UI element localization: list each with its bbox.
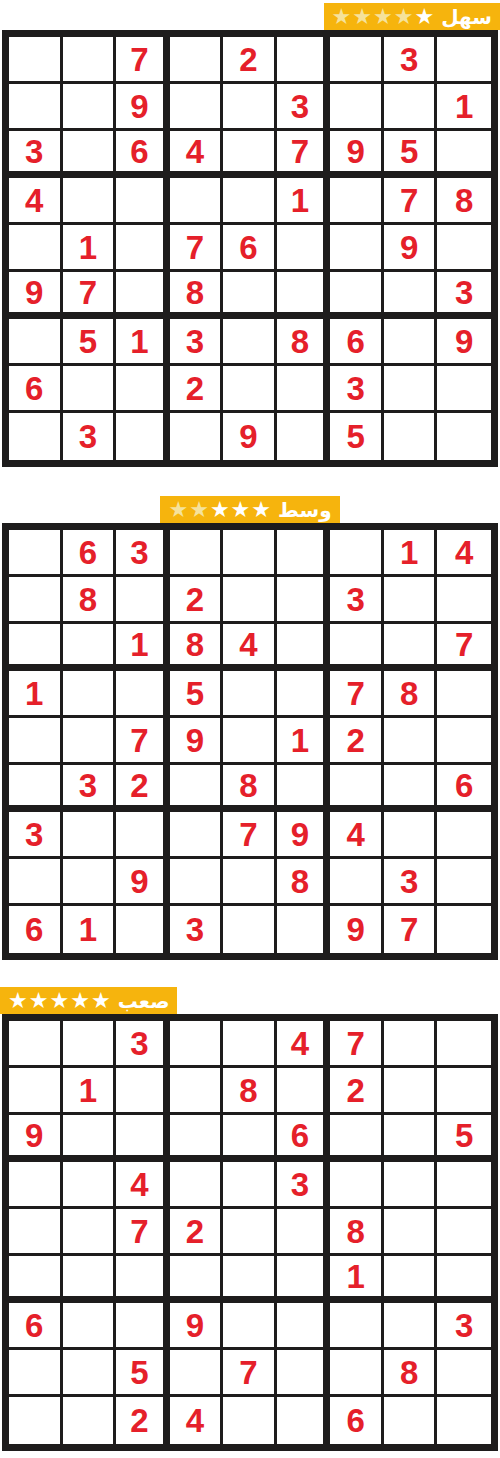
sudoku-cell-r2c7-given[interactable]: 2 — [330, 1068, 384, 1115]
sudoku-cell-r9c9-empty[interactable] — [437, 906, 491, 953]
sudoku-cell-r1c6-empty[interactable] — [277, 530, 331, 577]
sudoku-cell-r5c9-empty[interactable] — [437, 1209, 491, 1256]
sudoku-cell-r3c9-given[interactable]: 5 — [437, 1115, 491, 1162]
sudoku-cell-r3c6-empty[interactable] — [277, 624, 331, 671]
sudoku-cell-r4c9-empty[interactable] — [437, 1162, 491, 1209]
sudoku-cell-r2c8-empty[interactable] — [384, 1068, 438, 1115]
sudoku-cell-r5c7-empty[interactable] — [330, 225, 384, 272]
sudoku-cell-r2c5-empty[interactable] — [223, 84, 277, 131]
sudoku-cell-r8c3-given[interactable]: 5 — [116, 1350, 170, 1397]
sudoku-cell-r5c5-empty[interactable] — [223, 718, 277, 765]
sudoku-cell-r9c8-empty[interactable] — [384, 1397, 438, 1444]
sudoku-cell-r2c2-given[interactable]: 1 — [63, 1068, 117, 1115]
sudoku-cell-r3c3-given[interactable]: 6 — [116, 131, 170, 178]
star-icon-empty: ★ — [332, 3, 352, 30]
sudoku-cell-r6c7-empty[interactable] — [330, 272, 384, 319]
sudoku-cell-r5c3-given[interactable]: 7 — [116, 1209, 170, 1256]
sudoku-cell-r5c1-empty[interactable] — [9, 718, 63, 765]
sudoku-cell-r7c4-given[interactable]: 3 — [170, 319, 224, 366]
sudoku-cell-r5c7-given[interactable]: 8 — [330, 1209, 384, 1256]
sudoku-cell-r8c6-empty[interactable] — [277, 366, 331, 413]
sudoku-cell-r6c6-empty[interactable] — [277, 765, 331, 812]
sudoku-cell-r4c2-empty[interactable] — [63, 178, 117, 225]
sudoku-cell-r3c2-empty[interactable] — [63, 624, 117, 671]
sudoku-cell-r2c5-empty[interactable] — [223, 577, 277, 624]
sudoku-cell-r5c4-given[interactable]: 7 — [170, 225, 224, 272]
star-icon-filled: ★ — [49, 987, 69, 1014]
sudoku-cell-r9c4-given[interactable]: 3 — [170, 906, 224, 953]
sudoku-cell-r3c7-empty[interactable] — [330, 1115, 384, 1162]
sudoku-cell-r3c5-empty[interactable] — [223, 131, 277, 178]
star-icon-filled: ★ — [91, 987, 111, 1014]
sudoku-cell-r5c8-empty[interactable] — [384, 718, 438, 765]
sudoku-cell-r5c5-given[interactable]: 6 — [223, 225, 277, 272]
sudoku-cell-r2c8-empty[interactable] — [384, 84, 438, 131]
sudoku-cell-r6c8-empty[interactable] — [384, 765, 438, 812]
sudoku-cell-r4c1-given[interactable]: 1 — [9, 671, 63, 718]
sudoku-cell-r1c4-empty[interactable] — [170, 1021, 224, 1068]
difficulty-banner-easy: ★★★★★ سهل — [324, 3, 500, 30]
sudoku-cell-r9c4-given[interactable]: 4 — [170, 1397, 224, 1444]
sudoku-cell-r7c3-empty[interactable] — [116, 1303, 170, 1350]
sudoku-cell-r1c1-empty[interactable] — [9, 1021, 63, 1068]
sudoku-cell-r8c4-empty[interactable] — [170, 1350, 224, 1397]
sudoku-cell-r4c7-empty[interactable] — [330, 178, 384, 225]
sudoku-cell-r8c3-given[interactable]: 9 — [116, 859, 170, 906]
difficulty-label-easy: سهل — [441, 4, 492, 30]
sudoku-cell-r8c9-empty[interactable] — [437, 1350, 491, 1397]
sudoku-cell-r8c8-given[interactable]: 3 — [384, 859, 438, 906]
sudoku-cell-r6c4-empty[interactable] — [170, 1256, 224, 1303]
sudoku-cell-r6c5-empty[interactable] — [223, 1256, 277, 1303]
sudoku-cell-r3c5-given[interactable]: 4 — [223, 624, 277, 671]
sudoku-cell-r4c8-given[interactable]: 7 — [384, 178, 438, 225]
sudoku-cell-r8c8-given[interactable]: 8 — [384, 1350, 438, 1397]
sudoku-cell-r8c5-empty[interactable] — [223, 859, 277, 906]
sudoku-cell-r9c6-empty[interactable] — [277, 1397, 331, 1444]
sudoku-cell-r1c9-empty[interactable] — [437, 37, 491, 84]
star-rating-medium: ★★★★★ — [168, 496, 271, 523]
sudoku-cell-r8c2-empty[interactable] — [63, 366, 117, 413]
sudoku-grid-easy: 723931364795417817699783513869623395 — [2, 30, 498, 467]
sudoku-cell-r4c1-empty[interactable] — [9, 1162, 63, 1209]
sudoku-cell-r1c4-empty[interactable] — [170, 530, 224, 577]
sudoku-cell-r9c9-empty[interactable] — [437, 1397, 491, 1444]
sudoku-cell-r2c9-empty[interactable] — [437, 577, 491, 624]
sudoku-cell-r1c3-given[interactable]: 3 — [116, 1021, 170, 1068]
sudoku-cell-r2c2-given[interactable]: 8 — [63, 577, 117, 624]
sudoku-cell-r4c4-given[interactable]: 5 — [170, 671, 224, 718]
sudoku-cell-r1c8-empty[interactable] — [384, 1021, 438, 1068]
sudoku-cell-r9c2-empty[interactable] — [63, 1397, 117, 1444]
sudoku-cell-r2c8-empty[interactable] — [384, 577, 438, 624]
sudoku-cell-r9c2-given[interactable]: 1 — [63, 906, 117, 953]
sudoku-cell-r3c3-empty[interactable] — [116, 1115, 170, 1162]
sudoku-cell-r6c3-empty[interactable] — [116, 1256, 170, 1303]
sudoku-cell-r7c2-given[interactable]: 5 — [63, 319, 117, 366]
sudoku-cell-r1c3-given[interactable]: 7 — [116, 37, 170, 84]
sudoku-cell-r6c9-given[interactable]: 6 — [437, 765, 491, 812]
difficulty-banner-hard: ★★★★★ صعب — [0, 987, 177, 1014]
star-icon-empty: ★ — [352, 3, 372, 30]
sudoku-cell-r8c4-empty[interactable] — [170, 859, 224, 906]
sudoku-grid-hard: 347182965437281693578246 — [2, 1014, 498, 1451]
sudoku-cell-r3c5-empty[interactable] — [223, 1115, 277, 1162]
star-icon-empty: ★ — [373, 3, 393, 30]
sudoku-cell-r4c7-given[interactable]: 7 — [330, 671, 384, 718]
sudoku-cell-r7c9-empty[interactable] — [437, 812, 491, 859]
sudoku-cell-r3c4-given[interactable]: 4 — [170, 131, 224, 178]
sudoku-cell-r5c4-given[interactable]: 9 — [170, 718, 224, 765]
sudoku-cell-r4c6-empty[interactable] — [277, 671, 331, 718]
sudoku-cell-r7c5-given[interactable]: 7 — [223, 812, 277, 859]
sudoku-cell-r4c4-empty[interactable] — [170, 1162, 224, 1209]
sudoku-cell-r1c9-empty[interactable] — [437, 1021, 491, 1068]
star-icon-empty: ★ — [189, 496, 209, 523]
sudoku-cell-r8c7-empty[interactable] — [330, 859, 384, 906]
sudoku-cell-r2c5-given[interactable]: 8 — [223, 1068, 277, 1115]
sudoku-cell-r3c9-given[interactable]: 7 — [437, 624, 491, 671]
sudoku-cell-r5c6-empty[interactable] — [277, 1209, 331, 1256]
sudoku-cell-r6c9-given[interactable]: 3 — [437, 272, 491, 319]
sudoku-cell-r2c2-empty[interactable] — [63, 84, 117, 131]
sudoku-cell-r9c5-empty[interactable] — [223, 906, 277, 953]
sudoku-cell-r1c1-empty[interactable] — [9, 37, 63, 84]
sudoku-puzzle-hard: ★★★★★ صعب 347182965437281693578246 — [0, 987, 500, 1451]
sudoku-cell-r3c1-empty[interactable] — [9, 624, 63, 671]
sudoku-cell-r5c5-empty[interactable] — [223, 1209, 277, 1256]
sudoku-cell-r8c8-empty[interactable] — [384, 366, 438, 413]
sudoku-cell-r3c8-empty[interactable] — [384, 624, 438, 671]
sudoku-cell-r2c9-empty[interactable] — [437, 1068, 491, 1115]
sudoku-cell-r8c2-empty[interactable] — [63, 1350, 117, 1397]
sudoku-cell-r6c3-given[interactable]: 2 — [116, 765, 170, 812]
sudoku-cell-r3c7-empty[interactable] — [330, 624, 384, 671]
sudoku-cell-r9c3-given[interactable]: 2 — [116, 1397, 170, 1444]
sudoku-cell-r8c9-empty[interactable] — [437, 366, 491, 413]
sudoku-cell-r8c4-given[interactable]: 2 — [170, 366, 224, 413]
sudoku-cell-r2c4-given[interactable]: 2 — [170, 577, 224, 624]
sudoku-grid-medium: 63148231847157879123286379498361397 — [2, 523, 498, 960]
sudoku-cell-r6c5-given[interactable]: 8 — [223, 765, 277, 812]
difficulty-banner-medium: ★★★★★ وسط — [160, 496, 339, 523]
sudoku-cell-r1c4-empty[interactable] — [170, 37, 224, 84]
sudoku-cell-r6c1-given[interactable]: 9 — [9, 272, 63, 319]
sudoku-cell-r4c8-empty[interactable] — [384, 1162, 438, 1209]
sudoku-cell-r7c7-given[interactable]: 6 — [330, 319, 384, 366]
sudoku-cell-r1c7-empty[interactable] — [330, 530, 384, 577]
sudoku-cell-r2c1-empty[interactable] — [9, 1068, 63, 1115]
sudoku-cell-r4c2-empty[interactable] — [63, 1162, 117, 1209]
sudoku-cell-r8c9-empty[interactable] — [437, 859, 491, 906]
sudoku-cell-r5c2-empty[interactable] — [63, 718, 117, 765]
sudoku-cell-r3c9-empty[interactable] — [437, 131, 491, 178]
sudoku-cell-r8c7-empty[interactable] — [330, 1350, 384, 1397]
sudoku-cell-r9c6-empty[interactable] — [277, 906, 331, 953]
sudoku-cell-r6c2-empty[interactable] — [63, 1256, 117, 1303]
sudoku-cell-r1c5-empty[interactable] — [223, 530, 277, 577]
sudoku-cell-r5c6-given[interactable]: 1 — [277, 718, 331, 765]
sudoku-cell-r8c1-empty[interactable] — [9, 1350, 63, 1397]
sudoku-cell-r8c2-empty[interactable] — [63, 859, 117, 906]
sudoku-cell-r5c8-empty[interactable] — [384, 1209, 438, 1256]
sudoku-cell-r3c6-given[interactable]: 6 — [277, 1115, 331, 1162]
sudoku-cell-r8c1-empty[interactable] — [9, 859, 63, 906]
sudoku-cell-r2c6-given[interactable]: 3 — [277, 84, 331, 131]
sudoku-cell-r8c5-given[interactable]: 7 — [223, 1350, 277, 1397]
sudoku-cell-r7c2-empty[interactable] — [63, 812, 117, 859]
sudoku-cell-r5c6-empty[interactable] — [277, 225, 331, 272]
sudoku-cell-r5c8-given[interactable]: 9 — [384, 225, 438, 272]
sudoku-cell-r6c8-empty[interactable] — [384, 1256, 438, 1303]
sudoku-cell-r1c9-given[interactable]: 4 — [437, 530, 491, 577]
sudoku-cell-r8c6-empty[interactable] — [277, 1350, 331, 1397]
sudoku-cell-r8c1-given[interactable]: 6 — [9, 366, 63, 413]
sudoku-cell-r8c6-given[interactable]: 8 — [277, 859, 331, 906]
star-icon-filled: ★ — [210, 496, 230, 523]
sudoku-cell-r7c3-given[interactable]: 1 — [116, 319, 170, 366]
sudoku-cell-r3c4-given[interactable]: 8 — [170, 624, 224, 671]
sudoku-cell-r7c9-given[interactable]: 3 — [437, 1303, 491, 1350]
sudoku-cell-r1c2-given[interactable]: 6 — [63, 530, 117, 577]
sudoku-cell-r2c4-empty[interactable] — [170, 1068, 224, 1115]
sudoku-cell-r1c5-given[interactable]: 2 — [223, 37, 277, 84]
sudoku-cell-r9c7-given[interactable]: 6 — [330, 1397, 384, 1444]
sudoku-cell-r3c1-given[interactable]: 9 — [9, 1115, 63, 1162]
sudoku-cell-r5c1-empty[interactable] — [9, 225, 63, 272]
sudoku-cell-r7c5-empty[interactable] — [223, 319, 277, 366]
sudoku-cell-r6c1-empty[interactable] — [9, 1256, 63, 1303]
sudoku-cell-r3c8-given[interactable]: 5 — [384, 131, 438, 178]
sudoku-cell-r1c1-empty[interactable] — [9, 530, 63, 577]
sudoku-cell-r2c7-empty[interactable] — [330, 84, 384, 131]
sudoku-cell-r9c7-given[interactable]: 5 — [330, 413, 384, 460]
sudoku-cell-r6c9-empty[interactable] — [437, 1256, 491, 1303]
sudoku-cell-r4c3-empty[interactable] — [116, 671, 170, 718]
sudoku-cell-r1c8-given[interactable]: 3 — [384, 37, 438, 84]
star-rating-hard: ★★★★★ — [8, 987, 111, 1014]
sudoku-cell-r4c7-empty[interactable] — [330, 1162, 384, 1209]
sudoku-cell-r6c6-empty[interactable] — [277, 272, 331, 319]
sudoku-cell-r7c2-empty[interactable] — [63, 1303, 117, 1350]
sudoku-cell-r3c4-empty[interactable] — [170, 1115, 224, 1162]
sudoku-cell-r6c5-empty[interactable] — [223, 272, 277, 319]
sudoku-cell-r7c8-empty[interactable] — [384, 319, 438, 366]
sudoku-cell-r9c5-given[interactable]: 9 — [223, 413, 277, 460]
sudoku-cell-r6c7-given[interactable]: 1 — [330, 1256, 384, 1303]
sudoku-cell-r8c3-empty[interactable] — [116, 366, 170, 413]
sudoku-cell-r9c4-empty[interactable] — [170, 413, 224, 460]
difficulty-label-medium: وسط — [278, 497, 332, 523]
sudoku-cell-r5c4-given[interactable]: 2 — [170, 1209, 224, 1256]
sudoku-cell-r3c3-given[interactable]: 1 — [116, 624, 170, 671]
sudoku-cell-r9c1-empty[interactable] — [9, 1397, 63, 1444]
sudoku-cell-r4c5-empty[interactable] — [223, 178, 277, 225]
sudoku-cell-r9c1-empty[interactable] — [9, 413, 63, 460]
sudoku-cell-r3c8-empty[interactable] — [384, 1115, 438, 1162]
sudoku-cell-r2c3-empty[interactable] — [116, 577, 170, 624]
sudoku-cell-r6c7-empty[interactable] — [330, 765, 384, 812]
sudoku-cell-r3c2-empty[interactable] — [63, 131, 117, 178]
sudoku-cell-r7c1-given[interactable]: 3 — [9, 812, 63, 859]
sudoku-cell-r7c4-given[interactable]: 9 — [170, 1303, 224, 1350]
sudoku-cell-r6c4-given[interactable]: 8 — [170, 272, 224, 319]
sudoku-cell-r1c7-empty[interactable] — [330, 37, 384, 84]
sudoku-cell-r4c5-empty[interactable] — [223, 671, 277, 718]
sudoku-cell-r9c8-given[interactable]: 7 — [384, 906, 438, 953]
sudoku-cell-r1c7-given[interactable]: 7 — [330, 1021, 384, 1068]
sudoku-cell-r4c5-empty[interactable] — [223, 1162, 277, 1209]
sudoku-cell-r1c8-given[interactable]: 1 — [384, 530, 438, 577]
star-icon-filled: ★ — [251, 496, 271, 523]
sudoku-cell-r6c3-empty[interactable] — [116, 272, 170, 319]
sudoku-cell-r5c3-empty[interactable] — [116, 225, 170, 272]
sudoku-cell-r7c1-empty[interactable] — [9, 319, 63, 366]
sudoku-cell-r7c5-empty[interactable] — [223, 1303, 277, 1350]
star-icon-filled: ★ — [70, 987, 90, 1014]
sudoku-cell-r2c9-given[interactable]: 1 — [437, 84, 491, 131]
sudoku-cell-r1c2-empty[interactable] — [63, 37, 117, 84]
sudoku-cell-r1c2-empty[interactable] — [63, 1021, 117, 1068]
sudoku-cell-r9c1-given[interactable]: 6 — [9, 906, 63, 953]
star-icon-filled: ★ — [29, 987, 49, 1014]
sudoku-cell-r9c3-empty[interactable] — [116, 413, 170, 460]
sudoku-page: ★★★★★ سهل 723931364795417817699783513869… — [0, 0, 500, 1458]
sudoku-cell-r4c4-empty[interactable] — [170, 178, 224, 225]
sudoku-cell-r7c1-given[interactable]: 6 — [9, 1303, 63, 1350]
sudoku-cell-r4c6-given[interactable]: 1 — [277, 178, 331, 225]
sudoku-cell-r6c4-empty[interactable] — [170, 765, 224, 812]
sudoku-cell-r6c2-given[interactable]: 3 — [63, 765, 117, 812]
difficulty-label-hard: صعب — [118, 988, 170, 1014]
sudoku-cell-r5c3-given[interactable]: 7 — [116, 718, 170, 765]
star-icon-filled: ★ — [231, 496, 251, 523]
sudoku-cell-r7c7-given[interactable]: 4 — [330, 812, 384, 859]
sudoku-cell-r1c6-empty[interactable] — [277, 37, 331, 84]
sudoku-cell-r9c5-empty[interactable] — [223, 1397, 277, 1444]
sudoku-cell-r4c2-empty[interactable] — [63, 671, 117, 718]
sudoku-cell-r7c6-empty[interactable] — [277, 1303, 331, 1350]
sudoku-cell-r2c3-given[interactable]: 9 — [116, 84, 170, 131]
sudoku-cell-r3c7-given[interactable]: 9 — [330, 131, 384, 178]
sudoku-cell-r7c7-empty[interactable] — [330, 1303, 384, 1350]
sudoku-cell-r5c9-empty[interactable] — [437, 718, 491, 765]
sudoku-cell-r2c3-empty[interactable] — [116, 1068, 170, 1115]
sudoku-puzzle-easy: ★★★★★ سهل 723931364795417817699783513869… — [0, 3, 500, 467]
sudoku-cell-r6c1-empty[interactable] — [9, 765, 63, 812]
star-icon-filled: ★ — [415, 3, 435, 30]
sudoku-cell-r5c2-given[interactable]: 1 — [63, 225, 117, 272]
sudoku-cell-r7c3-empty[interactable] — [116, 812, 170, 859]
sudoku-cell-r9c7-given[interactable]: 9 — [330, 906, 384, 953]
sudoku-cell-r6c6-empty[interactable] — [277, 1256, 331, 1303]
sudoku-cell-r5c7-given[interactable]: 2 — [330, 718, 384, 765]
sudoku-cell-r4c9-empty[interactable] — [437, 671, 491, 718]
sudoku-cell-r7c8-empty[interactable] — [384, 1303, 438, 1350]
sudoku-cell-r3c6-given[interactable]: 7 — [277, 131, 331, 178]
sudoku-puzzle-medium: ★★★★★ وسط 631482318471578791232863794983… — [0, 496, 500, 960]
sudoku-cell-r2c7-given[interactable]: 3 — [330, 577, 384, 624]
sudoku-cell-r9c9-empty[interactable] — [437, 413, 491, 460]
sudoku-cell-r7c6-given[interactable]: 9 — [277, 812, 331, 859]
sudoku-cell-r8c7-given[interactable]: 3 — [330, 366, 384, 413]
sudoku-cell-r7c4-empty[interactable] — [170, 812, 224, 859]
sudoku-cell-r2c4-empty[interactable] — [170, 84, 224, 131]
sudoku-cell-r3c1-given[interactable]: 3 — [9, 131, 63, 178]
sudoku-cell-r1c3-given[interactable]: 3 — [116, 530, 170, 577]
sudoku-cell-r4c1-given[interactable]: 4 — [9, 178, 63, 225]
star-icon-empty: ★ — [394, 3, 414, 30]
sudoku-cell-r6c8-empty[interactable] — [384, 272, 438, 319]
sudoku-cell-r4c9-given[interactable]: 8 — [437, 178, 491, 225]
sudoku-cell-r7c9-given[interactable]: 9 — [437, 319, 491, 366]
sudoku-cell-r5c9-empty[interactable] — [437, 225, 491, 272]
sudoku-cell-r1c5-empty[interactable] — [223, 1021, 277, 1068]
sudoku-cell-r5c1-empty[interactable] — [9, 1209, 63, 1256]
sudoku-cell-r2c1-empty[interactable] — [9, 84, 63, 131]
sudoku-cell-r2c6-empty[interactable] — [277, 577, 331, 624]
sudoku-cell-r1c6-given[interactable]: 4 — [277, 1021, 331, 1068]
sudoku-cell-r4c8-given[interactable]: 8 — [384, 671, 438, 718]
sudoku-cell-r4c3-given[interactable]: 4 — [116, 1162, 170, 1209]
sudoku-cell-r2c1-empty[interactable] — [9, 577, 63, 624]
star-icon-empty: ★ — [168, 496, 188, 523]
sudoku-cell-r6c2-given[interactable]: 7 — [63, 272, 117, 319]
star-rating-easy: ★★★★★ — [332, 3, 435, 30]
sudoku-cell-r4c6-given[interactable]: 3 — [277, 1162, 331, 1209]
sudoku-cell-r8c5-empty[interactable] — [223, 366, 277, 413]
sudoku-cell-r7c6-given[interactable]: 8 — [277, 319, 331, 366]
sudoku-cell-r7c8-empty[interactable] — [384, 812, 438, 859]
sudoku-cell-r9c6-empty[interactable] — [277, 413, 331, 460]
sudoku-cell-r3c2-empty[interactable] — [63, 1115, 117, 1162]
sudoku-cell-r9c2-given[interactable]: 3 — [63, 413, 117, 460]
sudoku-cell-r5c2-empty[interactable] — [63, 1209, 117, 1256]
sudoku-cell-r9c8-empty[interactable] — [384, 413, 438, 460]
sudoku-cell-r9c3-empty[interactable] — [116, 906, 170, 953]
sudoku-cell-r4c3-empty[interactable] — [116, 178, 170, 225]
star-icon-filled: ★ — [8, 987, 28, 1014]
sudoku-cell-r2c6-empty[interactable] — [277, 1068, 331, 1115]
